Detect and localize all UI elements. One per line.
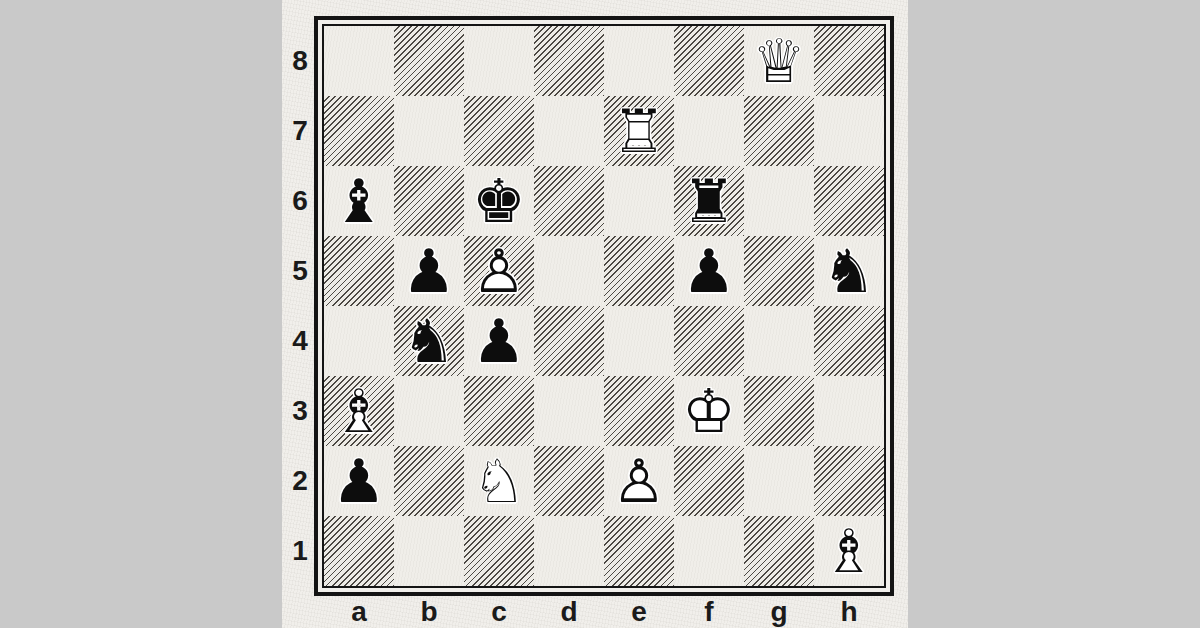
square-b5[interactable]: ♟♟ xyxy=(394,236,464,306)
square-h3[interactable] xyxy=(814,376,884,446)
file-label-h: h xyxy=(814,596,884,628)
square-e8[interactable] xyxy=(604,26,674,96)
piece-glyph: ♟ xyxy=(394,236,464,306)
square-g7[interactable] xyxy=(744,96,814,166)
piece-glyph: ♗ xyxy=(814,516,884,586)
square-c3[interactable] xyxy=(464,376,534,446)
rank-label-2: 2 xyxy=(286,446,314,516)
piece-white-rook[interactable]: ♜♖ xyxy=(604,96,674,166)
square-f8[interactable] xyxy=(674,26,744,96)
piece-glyph: ♞ xyxy=(814,236,884,306)
square-b4[interactable]: ♞♞ xyxy=(394,306,464,376)
square-d7[interactable] xyxy=(534,96,604,166)
square-e2[interactable]: ♟♙ xyxy=(604,446,674,516)
piece-black-knight[interactable]: ♞♞ xyxy=(814,236,884,306)
square-a7[interactable] xyxy=(324,96,394,166)
square-h5[interactable]: ♞♞ xyxy=(814,236,884,306)
piece-white-knight[interactable]: ♞♘ xyxy=(464,446,534,516)
square-e5[interactable] xyxy=(604,236,674,306)
piece-black-knight[interactable]: ♞♞ xyxy=(394,306,464,376)
piece-glyph: ♔ xyxy=(674,376,744,446)
square-h7[interactable] xyxy=(814,96,884,166)
square-c7[interactable] xyxy=(464,96,534,166)
chess-board-inner: ♛♕♜♖♝♝♚♚♜♜♟♟♟♙♟♟♞♞♞♞♟♟♝♗♚♔♟♟♞♘♟♙♝♗ xyxy=(322,24,886,588)
rank-label-6: 6 xyxy=(286,166,314,236)
rank-label-8: 8 xyxy=(286,26,314,96)
square-c4[interactable]: ♟♟ xyxy=(464,306,534,376)
square-g6[interactable] xyxy=(744,166,814,236)
square-c8[interactable] xyxy=(464,26,534,96)
square-d1[interactable] xyxy=(534,516,604,586)
file-label-b: b xyxy=(394,596,464,628)
rank-label-5: 5 xyxy=(286,236,314,306)
piece-glyph: ♟ xyxy=(324,446,394,516)
rank-labels: 87654321 xyxy=(286,26,314,586)
piece-white-bishop[interactable]: ♝♗ xyxy=(324,376,394,446)
square-f5[interactable]: ♟♟ xyxy=(674,236,744,306)
file-label-a: a xyxy=(324,596,394,628)
square-d3[interactable] xyxy=(534,376,604,446)
square-d6[interactable] xyxy=(534,166,604,236)
piece-white-bishop[interactable]: ♝♗ xyxy=(814,516,884,586)
square-b1[interactable] xyxy=(394,516,464,586)
square-f4[interactable] xyxy=(674,306,744,376)
square-a1[interactable] xyxy=(324,516,394,586)
square-f2[interactable] xyxy=(674,446,744,516)
piece-glyph: ♟ xyxy=(674,236,744,306)
square-a4[interactable] xyxy=(324,306,394,376)
piece-glyph: ♙ xyxy=(604,446,674,516)
piece-glyph: ♗ xyxy=(324,376,394,446)
piece-glyph: ♖ xyxy=(604,96,674,166)
piece-glyph: ♙ xyxy=(464,236,534,306)
rank-label-4: 4 xyxy=(286,306,314,376)
diagram-area: 87654321 ♛♕♜♖♝♝♚♚♜♜♟♟♟♙♟♟♞♞♞♞♟♟♝♗♚♔♟♟♞♘♟… xyxy=(282,0,908,628)
piece-black-pawn[interactable]: ♟♟ xyxy=(394,236,464,306)
file-label-e: e xyxy=(604,596,674,628)
rank-label-7: 7 xyxy=(286,96,314,166)
piece-glyph: ♘ xyxy=(464,446,534,516)
square-c5[interactable]: ♟♙ xyxy=(464,236,534,306)
right-gray-panel xyxy=(908,0,1200,628)
square-e7[interactable]: ♜♖ xyxy=(604,96,674,166)
square-a3[interactable]: ♝♗ xyxy=(324,376,394,446)
piece-black-pawn[interactable]: ♟♟ xyxy=(464,306,534,376)
piece-glyph: ♝ xyxy=(324,166,394,236)
square-d4[interactable] xyxy=(534,306,604,376)
square-h8[interactable] xyxy=(814,26,884,96)
square-g3[interactable] xyxy=(744,376,814,446)
square-g4[interactable] xyxy=(744,306,814,376)
piece-black-bishop[interactable]: ♝♝ xyxy=(324,166,394,236)
square-e4[interactable] xyxy=(604,306,674,376)
file-label-f: f xyxy=(674,596,744,628)
piece-white-queen[interactable]: ♛♕ xyxy=(744,26,814,96)
square-g8[interactable]: ♛♕ xyxy=(744,26,814,96)
square-c1[interactable] xyxy=(464,516,534,586)
square-e6[interactable] xyxy=(604,166,674,236)
square-b8[interactable] xyxy=(394,26,464,96)
square-f7[interactable] xyxy=(674,96,744,166)
square-e1[interactable] xyxy=(604,516,674,586)
square-b7[interactable] xyxy=(394,96,464,166)
square-a6[interactable]: ♝♝ xyxy=(324,166,394,236)
square-a8[interactable] xyxy=(324,26,394,96)
square-c2[interactable]: ♞♘ xyxy=(464,446,534,516)
square-g2[interactable] xyxy=(744,446,814,516)
piece-glyph: ♚ xyxy=(464,166,534,236)
square-g5[interactable] xyxy=(744,236,814,306)
rank-label-3: 3 xyxy=(286,376,314,446)
square-h6[interactable] xyxy=(814,166,884,236)
piece-glyph: ♞ xyxy=(394,306,464,376)
square-h4[interactable] xyxy=(814,306,884,376)
piece-black-king[interactable]: ♚♚ xyxy=(464,166,534,236)
piece-white-pawn[interactable]: ♟♙ xyxy=(604,446,674,516)
square-d2[interactable] xyxy=(534,446,604,516)
square-f6[interactable]: ♜♜ xyxy=(674,166,744,236)
square-f3[interactable]: ♚♔ xyxy=(674,376,744,446)
left-gray-panel xyxy=(0,0,282,628)
square-b2[interactable] xyxy=(394,446,464,516)
piece-black-pawn[interactable]: ♟♟ xyxy=(324,446,394,516)
square-d5[interactable] xyxy=(534,236,604,306)
square-h1[interactable]: ♝♗ xyxy=(814,516,884,586)
square-a5[interactable] xyxy=(324,236,394,306)
file-labels: abcdefgh xyxy=(324,596,884,626)
square-g1[interactable] xyxy=(744,516,814,586)
piece-glyph: ♜ xyxy=(674,166,744,236)
piece-glyph: ♟ xyxy=(464,306,534,376)
piece-black-rook[interactable]: ♜♜ xyxy=(674,166,744,236)
chess-board-grid: ♛♕♜♖♝♝♚♚♜♜♟♟♟♙♟♟♞♞♞♞♟♟♝♗♚♔♟♟♞♘♟♙♝♗ xyxy=(324,26,884,586)
square-a2[interactable]: ♟♟ xyxy=(324,446,394,516)
square-e3[interactable] xyxy=(604,376,674,446)
chess-board: ♛♕♜♖♝♝♚♚♜♜♟♟♟♙♟♟♞♞♞♞♟♟♝♗♚♔♟♟♞♘♟♙♝♗ xyxy=(314,16,894,596)
square-c6[interactable]: ♚♚ xyxy=(464,166,534,236)
file-label-g: g xyxy=(744,596,814,628)
piece-glyph: ♕ xyxy=(744,26,814,96)
piece-black-pawn[interactable]: ♟♟ xyxy=(674,236,744,306)
page: 87654321 ♛♕♜♖♝♝♚♚♜♜♟♟♟♙♟♟♞♞♞♞♟♟♝♗♚♔♟♟♞♘♟… xyxy=(0,0,1200,628)
square-d8[interactable] xyxy=(534,26,604,96)
piece-white-pawn[interactable]: ♟♙ xyxy=(464,236,534,306)
square-f1[interactable] xyxy=(674,516,744,586)
file-label-c: c xyxy=(464,596,534,628)
square-b3[interactable] xyxy=(394,376,464,446)
file-label-d: d xyxy=(534,596,604,628)
piece-white-king[interactable]: ♚♔ xyxy=(674,376,744,446)
square-b6[interactable] xyxy=(394,166,464,236)
square-h2[interactable] xyxy=(814,446,884,516)
rank-label-1: 1 xyxy=(286,516,314,586)
